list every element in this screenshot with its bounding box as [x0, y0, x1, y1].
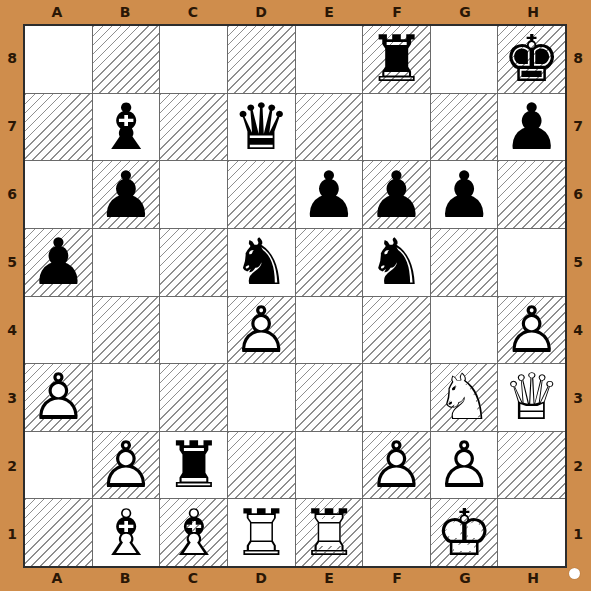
rank-label-left-6: 6: [7, 186, 17, 202]
piece-black-queen: ♛: [228, 94, 295, 161]
piece-black-pawn: ♟: [363, 161, 430, 228]
square-a1[interactable]: [25, 499, 92, 566]
square-a7[interactable]: [25, 94, 92, 161]
piece-white-king: ♔: [431, 499, 498, 566]
file-label-top-g: G: [459, 4, 471, 20]
rank-label-right-4: 4: [573, 322, 583, 338]
square-e3[interactable]: [296, 364, 363, 431]
piece-white-pawn: ♙: [498, 297, 565, 364]
square-a6[interactable]: [25, 161, 92, 228]
piece-underlay: ♟: [93, 432, 160, 499]
file-label-bottom-f: F: [392, 570, 402, 586]
square-b4[interactable]: [93, 297, 160, 364]
square-a2[interactable]: [25, 432, 92, 499]
square-e7[interactable]: [296, 94, 363, 161]
rank-label-right-1: 1: [573, 526, 583, 542]
square-c4[interactable]: [160, 297, 227, 364]
piece-black-knight: ♞: [228, 229, 295, 296]
square-d5[interactable]: ♞: [228, 229, 295, 296]
piece-white-pawn: ♙: [25, 364, 92, 431]
piece-white-bishop: ♗: [93, 499, 160, 566]
square-g5[interactable]: [431, 229, 498, 296]
file-label-bottom-c: C: [188, 570, 198, 586]
square-a5[interactable]: ♟: [25, 229, 92, 296]
square-g8[interactable]: [431, 26, 498, 93]
piece-underlay: ♟: [25, 364, 92, 431]
square-b8[interactable]: [93, 26, 160, 93]
chess-board: ♜♚♝♛♟♟♟♟♟♟♞♞♟♙♟♙♟♙♞♘♛♕♟♙♜♟♙♟♙♝♗♝♗♜♖♜♖♚♔: [23, 24, 567, 568]
piece-underlay: ♟: [498, 297, 565, 364]
square-g3[interactable]: ♞♘: [431, 364, 498, 431]
square-e5[interactable]: [296, 229, 363, 296]
square-f7[interactable]: [363, 94, 430, 161]
square-c3[interactable]: [160, 364, 227, 431]
piece-underlay: ♝: [160, 499, 227, 566]
piece-black-rook: ♜: [363, 26, 430, 93]
square-h2[interactable]: [498, 432, 565, 499]
square-f6[interactable]: ♟: [363, 161, 430, 228]
square-c7[interactable]: [160, 94, 227, 161]
rank-label-right-5: 5: [573, 254, 583, 270]
file-label-bottom-e: E: [324, 570, 334, 586]
square-h4[interactable]: ♟♙: [498, 297, 565, 364]
file-label-top-d: D: [255, 4, 267, 20]
piece-underlay: ♞: [431, 364, 498, 431]
square-c6[interactable]: [160, 161, 227, 228]
square-c5[interactable]: [160, 229, 227, 296]
square-f5[interactable]: ♞: [363, 229, 430, 296]
rank-label-left-1: 1: [7, 526, 17, 542]
file-label-bottom-a: A: [52, 570, 63, 586]
square-g1[interactable]: ♚♔: [431, 499, 498, 566]
piece-underlay: ♟: [228, 297, 295, 364]
square-f4[interactable]: [363, 297, 430, 364]
side-to-move-indicator: [569, 568, 580, 579]
square-b2[interactable]: ♟♙: [93, 432, 160, 499]
file-label-top-e: E: [324, 4, 334, 20]
file-label-top-f: F: [392, 4, 402, 20]
piece-underlay: ♚: [431, 499, 498, 566]
square-h5[interactable]: [498, 229, 565, 296]
square-d8[interactable]: [228, 26, 295, 93]
piece-white-rook: ♖: [228, 499, 295, 566]
piece-black-pawn: ♟: [93, 161, 160, 228]
square-c1[interactable]: ♝♗: [160, 499, 227, 566]
square-f1[interactable]: [363, 499, 430, 566]
square-h7[interactable]: ♟: [498, 94, 565, 161]
square-d6[interactable]: [228, 161, 295, 228]
square-g7[interactable]: [431, 94, 498, 161]
rank-label-left-8: 8: [7, 50, 17, 66]
square-b5[interactable]: [93, 229, 160, 296]
square-d3[interactable]: [228, 364, 295, 431]
rank-label-right-6: 6: [573, 186, 583, 202]
file-label-top-a: A: [52, 4, 63, 20]
square-a3[interactable]: ♟♙: [25, 364, 92, 431]
square-b7[interactable]: ♝: [93, 94, 160, 161]
piece-black-pawn: ♟: [25, 229, 92, 296]
piece-white-pawn: ♙: [93, 432, 160, 499]
piece-underlay: ♟: [363, 432, 430, 499]
piece-underlay: ♜: [296, 499, 363, 566]
square-e2[interactable]: [296, 432, 363, 499]
piece-white-queen: ♕: [498, 364, 565, 431]
piece-white-rook: ♖: [296, 499, 363, 566]
piece-black-pawn: ♟: [431, 161, 498, 228]
square-e1[interactable]: ♜♖: [296, 499, 363, 566]
square-a4[interactable]: [25, 297, 92, 364]
square-c8[interactable]: [160, 26, 227, 93]
rank-label-left-4: 4: [7, 322, 17, 338]
square-g4[interactable]: [431, 297, 498, 364]
square-d1[interactable]: ♜♖: [228, 499, 295, 566]
piece-underlay: ♝: [93, 499, 160, 566]
piece-black-pawn: ♟: [296, 161, 363, 228]
rank-label-right-8: 8: [573, 50, 583, 66]
file-label-bottom-g: G: [459, 570, 471, 586]
wooden-frame: ♜♚♝♛♟♟♟♟♟♟♞♞♟♙♟♙♟♙♞♘♛♕♟♙♜♟♙♟♙♝♗♝♗♜♖♜♖♚♔ …: [0, 0, 591, 591]
square-e4[interactable]: [296, 297, 363, 364]
rank-label-left-7: 7: [7, 118, 17, 134]
square-h1[interactable]: [498, 499, 565, 566]
square-b6[interactable]: ♟: [93, 161, 160, 228]
file-label-bottom-d: D: [255, 570, 267, 586]
square-g2[interactable]: ♟♙: [431, 432, 498, 499]
piece-white-bishop: ♗: [160, 499, 227, 566]
square-c2[interactable]: ♜: [160, 432, 227, 499]
square-e8[interactable]: [296, 26, 363, 93]
file-label-top-h: H: [527, 4, 539, 20]
file-label-bottom-h: H: [527, 570, 539, 586]
file-label-top-c: C: [188, 4, 198, 20]
square-b3[interactable]: [93, 364, 160, 431]
square-h8[interactable]: ♚: [498, 26, 565, 93]
piece-underlay: ♜: [228, 499, 295, 566]
square-b1[interactable]: ♝♗: [93, 499, 160, 566]
piece-underlay: ♛: [498, 364, 565, 431]
rank-label-right-2: 2: [573, 458, 583, 474]
square-f8[interactable]: ♜: [363, 26, 430, 93]
piece-black-pawn: ♟: [498, 94, 565, 161]
rank-label-left-3: 3: [7, 390, 17, 406]
rank-label-right-7: 7: [573, 118, 583, 134]
square-g6[interactable]: ♟: [431, 161, 498, 228]
square-e6[interactable]: ♟: [296, 161, 363, 228]
square-h3[interactable]: ♛♕: [498, 364, 565, 431]
piece-black-knight: ♞: [363, 229, 430, 296]
rank-label-right-3: 3: [573, 390, 583, 406]
square-d2[interactable]: [228, 432, 295, 499]
piece-black-king: ♚: [498, 26, 565, 93]
square-h6[interactable]: [498, 161, 565, 228]
piece-white-pawn: ♙: [431, 432, 498, 499]
square-d7[interactable]: ♛: [228, 94, 295, 161]
rank-label-left-2: 2: [7, 458, 17, 474]
file-label-top-b: B: [120, 4, 131, 20]
piece-white-pawn: ♙: [228, 297, 295, 364]
rank-label-left-5: 5: [7, 254, 17, 270]
piece-underlay: ♟: [431, 432, 498, 499]
square-f2[interactable]: ♟♙: [363, 432, 430, 499]
square-d4[interactable]: ♟♙: [228, 297, 295, 364]
piece-black-rook: ♜: [160, 432, 227, 499]
piece-white-pawn: ♙: [363, 432, 430, 499]
square-f3[interactable]: [363, 364, 430, 431]
file-label-bottom-b: B: [120, 570, 131, 586]
piece-black-bishop: ♝: [93, 94, 160, 161]
square-a8[interactable]: [25, 26, 92, 93]
piece-white-knight: ♘: [431, 364, 498, 431]
